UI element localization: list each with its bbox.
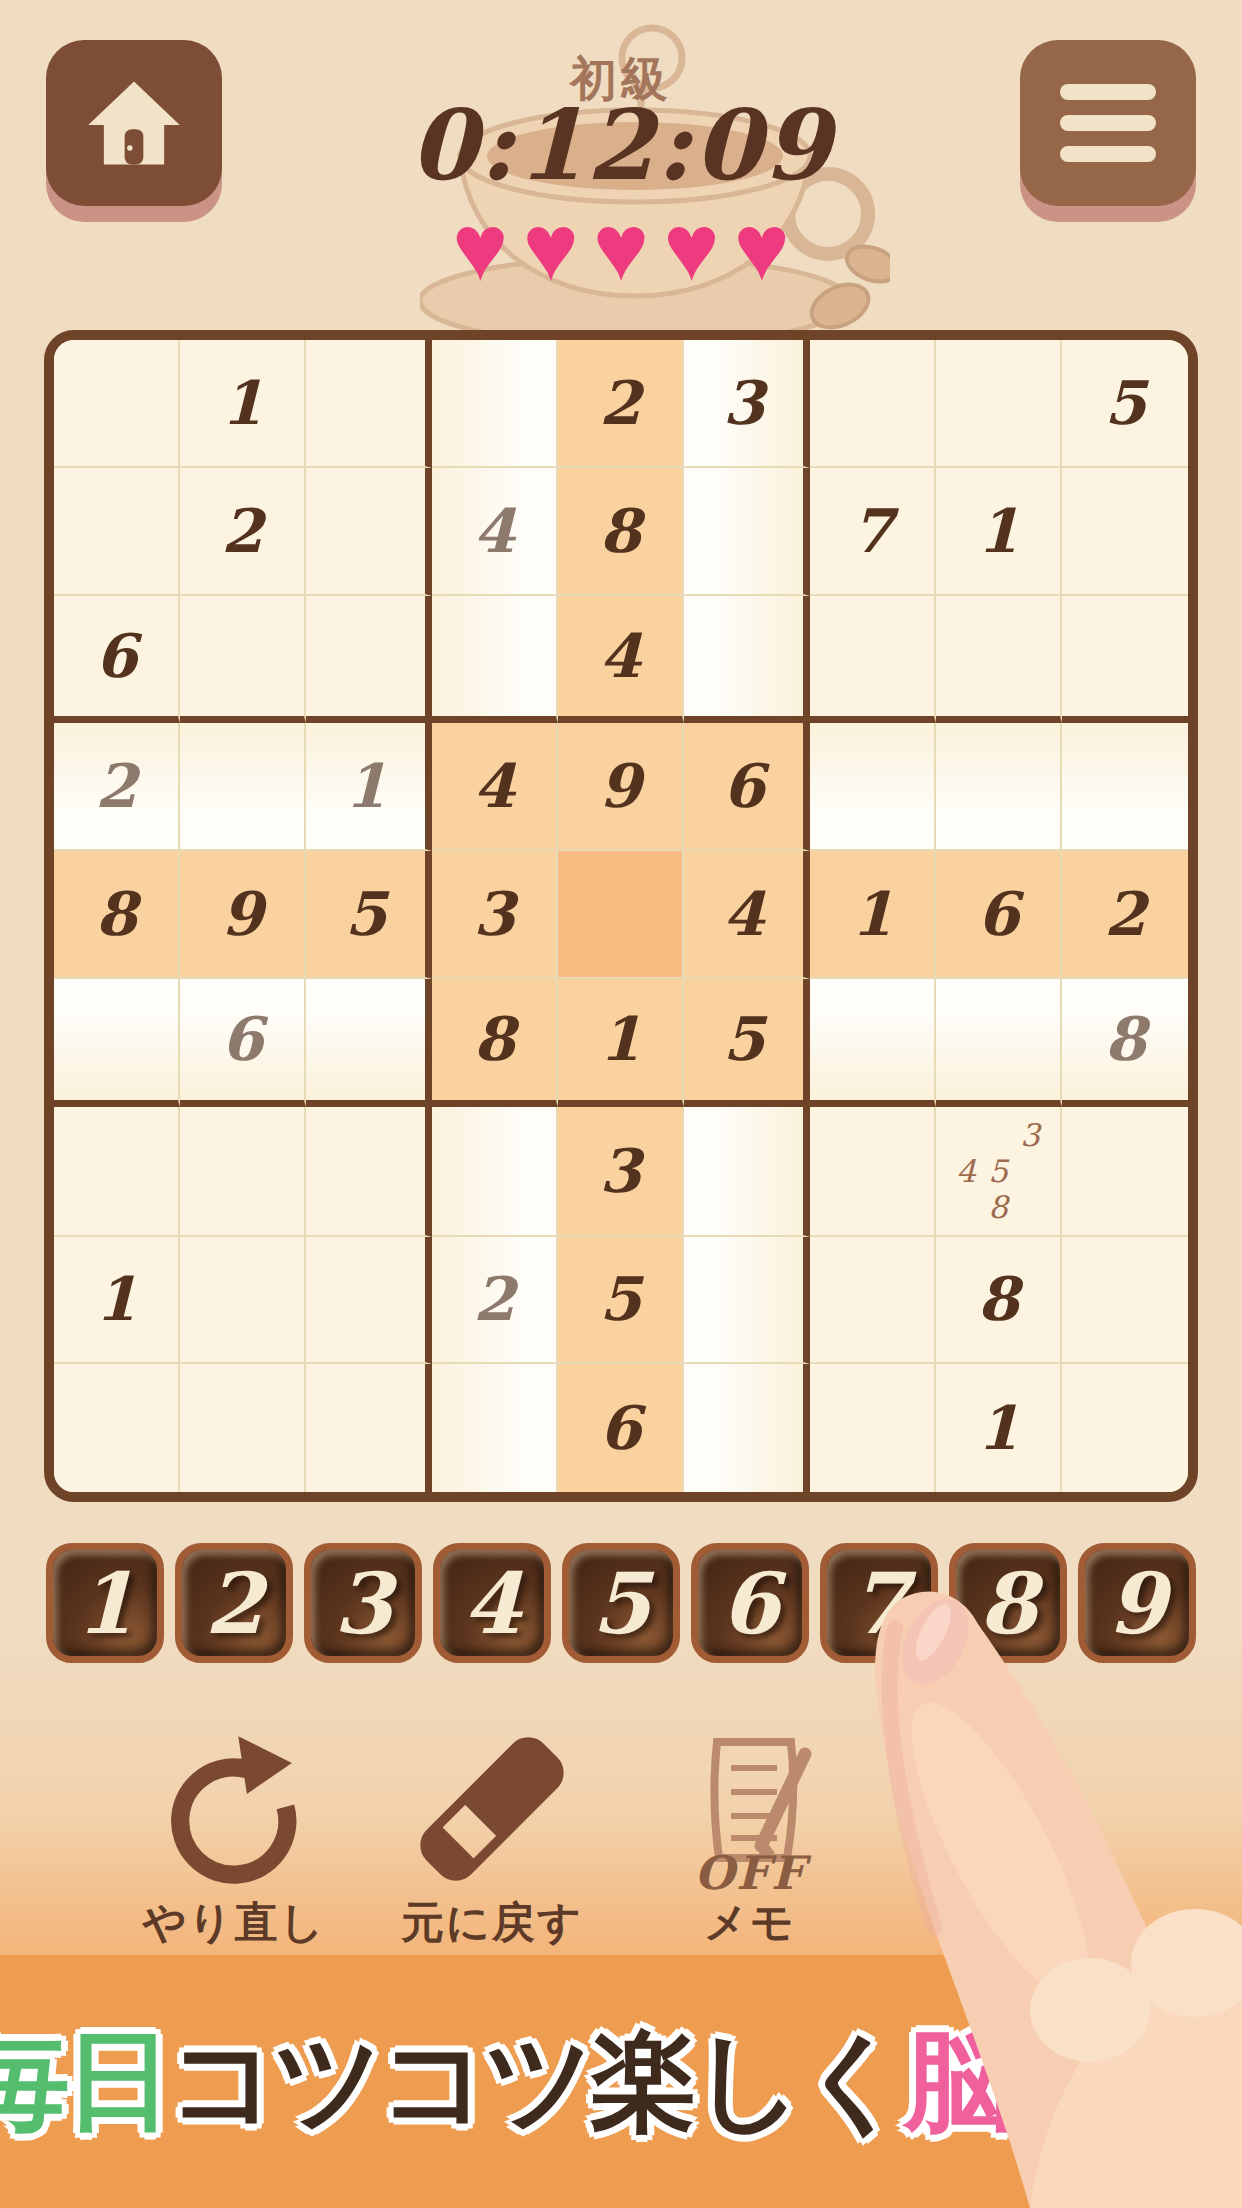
- cell-r9c5[interactable]: 6: [558, 1364, 684, 1492]
- promo-banner-text: 毎日コツコツ楽しく脳トレ!!: [0, 2009, 1242, 2155]
- cell-r7c8[interactable]: 3458: [936, 1107, 1062, 1237]
- cell-r7c7[interactable]: [810, 1107, 936, 1237]
- cell-r8c4[interactable]: 2: [432, 1237, 558, 1365]
- cell-r1c8[interactable]: [936, 340, 1062, 468]
- cell-r2c5[interactable]: 8: [558, 468, 684, 596]
- cell-r3c8[interactable]: [936, 596, 1062, 724]
- cell-r1c2[interactable]: 1: [180, 340, 306, 468]
- heart-icon: ♥: [663, 200, 719, 295]
- timer-label: 0:12:09: [0, 88, 1242, 202]
- promo-banner-segment: 脳トレ: [904, 2020, 1218, 2141]
- cell-r4c5[interactable]: 9: [558, 723, 684, 851]
- cell-r3c6[interactable]: [684, 596, 810, 724]
- cell-r6c6[interactable]: 5: [684, 979, 810, 1107]
- number-button-6[interactable]: 6: [691, 1543, 809, 1663]
- heart-icon: ♥: [734, 200, 790, 295]
- cell-r9c2[interactable]: [180, 1364, 306, 1492]
- redo-label: やり直し: [142, 1894, 325, 1952]
- cell-r6c3[interactable]: [306, 979, 432, 1107]
- cell-r6c8[interactable]: [936, 979, 1062, 1107]
- cell-r5c1[interactable]: 8: [54, 851, 180, 979]
- lives-indicator: ♥♥♥♥♥: [0, 200, 1242, 295]
- promo-banner-segment: コツコツ楽しく: [168, 2020, 904, 2141]
- cell-r6c7[interactable]: [810, 979, 936, 1107]
- heart-icon: ♥: [452, 200, 508, 295]
- cell-r9c3[interactable]: [306, 1364, 432, 1492]
- number-button-7[interactable]: 7: [820, 1543, 938, 1663]
- cell-r4c6[interactable]: 6: [684, 723, 810, 851]
- cell-r3c1[interactable]: 6: [54, 596, 180, 724]
- cell-r8c5[interactable]: 5: [558, 1237, 684, 1365]
- number-button-2[interactable]: 2: [175, 1543, 293, 1663]
- cell-r8c1[interactable]: 1: [54, 1237, 180, 1365]
- cell-r2c1[interactable]: [54, 468, 180, 596]
- number-button-1[interactable]: 1: [46, 1543, 164, 1663]
- cell-r7c4[interactable]: [432, 1107, 558, 1237]
- cell-r5c4[interactable]: 3: [432, 851, 558, 979]
- heart-icon: ♥: [522, 200, 578, 295]
- cell-r6c1[interactable]: [54, 979, 180, 1107]
- cell-r1c4[interactable]: [432, 340, 558, 468]
- cell-r7c3[interactable]: [306, 1107, 432, 1237]
- cell-r7c2[interactable]: [180, 1107, 306, 1237]
- number-button-4[interactable]: 4: [433, 1543, 551, 1663]
- cell-r8c8[interactable]: 8: [936, 1237, 1062, 1365]
- promo-banner[interactable]: 毎日コツコツ楽しく脳トレ!!: [0, 1955, 1242, 2208]
- cell-r5c6[interactable]: 4: [684, 851, 810, 979]
- cell-r7c6[interactable]: [684, 1107, 810, 1237]
- cell-r1c9[interactable]: 5: [1062, 340, 1188, 468]
- cell-r4c9[interactable]: [1062, 723, 1188, 851]
- cell-r6c9[interactable]: 8: [1062, 979, 1188, 1107]
- cell-r3c5[interactable]: 4: [558, 596, 684, 724]
- cell-r2c6[interactable]: [684, 468, 810, 596]
- cell-r3c9[interactable]: [1062, 596, 1188, 724]
- number-button-9[interactable]: 9: [1078, 1543, 1196, 1663]
- cell-r9c7[interactable]: [810, 1364, 936, 1492]
- cell-r9c6[interactable]: [684, 1364, 810, 1492]
- sudoku-app: 初級 0:12:09 ♥♥♥♥♥ 12352487164214968953416…: [0, 0, 1242, 2208]
- cell-r1c1[interactable]: [54, 340, 180, 468]
- cell-r5c8[interactable]: 6: [936, 851, 1062, 979]
- action-bar: やり直し 元に戻す: [0, 1730, 1242, 1952]
- cell-r8c3[interactable]: [306, 1237, 432, 1365]
- cell-r5c3[interactable]: 5: [306, 851, 432, 979]
- cell-r4c3[interactable]: 1: [306, 723, 432, 851]
- cell-r4c4[interactable]: 4: [432, 723, 558, 851]
- memo-label: メモ: [704, 1894, 796, 1952]
- cell-r5c5[interactable]: [558, 851, 684, 979]
- hint-button[interactable]: ヒント: [879, 1730, 1137, 1952]
- cell-r3c2[interactable]: [180, 596, 306, 724]
- cell-r2c7[interactable]: 7: [810, 468, 936, 596]
- cell-r6c4[interactable]: 8: [432, 979, 558, 1107]
- cell-r9c4[interactable]: [432, 1364, 558, 1492]
- cell-r1c5[interactable]: 2: [558, 340, 684, 468]
- cell-r2c3[interactable]: [306, 468, 432, 596]
- cell-r8c7[interactable]: [810, 1237, 936, 1365]
- number-button-5[interactable]: 5: [562, 1543, 680, 1663]
- promo-banner-segment: !!: [1218, 2020, 1242, 2141]
- cell-r3c4[interactable]: [432, 596, 558, 724]
- cell-r1c6[interactable]: 3: [684, 340, 810, 468]
- cell-r8c6[interactable]: [684, 1237, 810, 1365]
- hint-label: ヒント: [939, 1894, 1077, 1952]
- undo-label: 元に戻す: [401, 1894, 583, 1952]
- heart-icon: ♥: [593, 200, 649, 295]
- eraser-icon: [412, 1730, 572, 1888]
- cell-r2c4[interactable]: 4: [432, 468, 558, 596]
- cell-r5c2[interactable]: 9: [180, 851, 306, 979]
- cell-r2c8[interactable]: 1: [936, 468, 1062, 596]
- cell-r3c7[interactable]: [810, 596, 936, 724]
- cell-r4c8[interactable]: [936, 723, 1062, 851]
- redo-button[interactable]: やり直し: [105, 1730, 363, 1952]
- redo-icon: [159, 1730, 309, 1888]
- cell-r7c5[interactable]: 3: [558, 1107, 684, 1237]
- cell-r9c1[interactable]: [54, 1364, 180, 1492]
- undo-button[interactable]: 元に戻す: [363, 1730, 621, 1952]
- cell-r4c1[interactable]: 2: [54, 723, 180, 851]
- cell-r2c2[interactable]: 2: [180, 468, 306, 596]
- cell-r7c9[interactable]: [1062, 1107, 1188, 1237]
- cell-r9c9[interactable]: [1062, 1364, 1188, 1492]
- cell-r4c2[interactable]: [180, 723, 306, 851]
- cell-r4c7[interactable]: [810, 723, 936, 851]
- cell-r1c7[interactable]: [810, 340, 936, 468]
- promo-banner-segment: 毎日: [0, 2020, 168, 2141]
- memo-state: OFF: [694, 1846, 805, 1900]
- cell-r3c3[interactable]: [306, 596, 432, 724]
- cell-r5c7[interactable]: 1: [810, 851, 936, 979]
- hint-icon: [933, 1730, 1083, 1888]
- number-pad: 123456789: [46, 1543, 1196, 1663]
- cell-r8c9[interactable]: [1062, 1237, 1188, 1365]
- number-button-3[interactable]: 3: [304, 1543, 422, 1663]
- cell-r6c5[interactable]: 1: [558, 979, 684, 1107]
- cell-r1c3[interactable]: [306, 340, 432, 468]
- cell-r8c2[interactable]: [180, 1237, 306, 1365]
- cell-r9c8[interactable]: 1: [936, 1364, 1062, 1492]
- cell-r2c9[interactable]: [1062, 468, 1188, 596]
- number-button-8[interactable]: 8: [949, 1543, 1067, 1663]
- cell-r7c1[interactable]: [54, 1107, 180, 1237]
- memo-button[interactable]: OFF メモ: [621, 1730, 879, 1952]
- cell-r6c2[interactable]: 6: [180, 979, 306, 1107]
- sudoku-board: 1235248716421496895341626815833458125861: [44, 330, 1198, 1502]
- cell-r5c9[interactable]: 2: [1062, 851, 1188, 979]
